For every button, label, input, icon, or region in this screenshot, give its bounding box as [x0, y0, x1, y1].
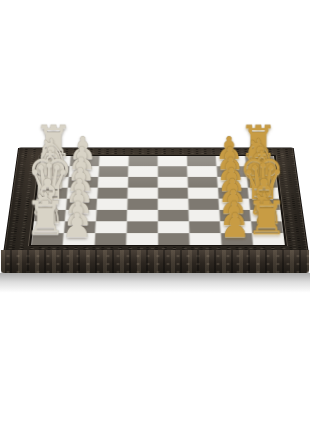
- square-light: [63, 233, 95, 245]
- square-dark: [66, 199, 97, 210]
- board-front-edge: [1, 250, 309, 273]
- square-dark: [31, 233, 64, 245]
- square-light: [217, 177, 248, 188]
- square-dark: [34, 210, 66, 222]
- square-dark: [97, 188, 128, 199]
- square-light: [69, 166, 99, 177]
- square-dark: [98, 166, 128, 177]
- product-photo-chess-set: ♜♟♟♜♞♟♟♞♝♟♟♝♚♟♟♚♛♟♟♛♝♟♟♝♞♟♟♞♜♟♟♜: [0, 0, 310, 430]
- square-dark: [188, 199, 219, 210]
- square-dark: [127, 199, 158, 210]
- square-dark: [158, 188, 188, 199]
- square-light: [189, 210, 220, 222]
- square-dark: [68, 177, 99, 188]
- square-dark: [187, 156, 217, 166]
- square-light: [189, 233, 221, 245]
- square-light: [65, 210, 97, 222]
- square-light: [158, 199, 189, 210]
- square-light: [158, 221, 189, 233]
- square-dark: [189, 221, 221, 233]
- square-dark: [128, 156, 157, 166]
- square-light: [216, 156, 246, 166]
- square-light: [38, 177, 69, 188]
- board-shadow: [0, 273, 310, 295]
- square-light: [99, 156, 129, 166]
- square-dark: [158, 233, 190, 245]
- square-dark: [245, 156, 275, 166]
- square-light: [252, 233, 285, 245]
- square-dark: [217, 166, 247, 177]
- square-light: [67, 188, 98, 199]
- square-light: [40, 156, 70, 166]
- square-dark: [158, 166, 188, 177]
- square-light: [32, 221, 64, 233]
- square-dark: [251, 221, 283, 233]
- board-scene: ♜♟♟♜♞♟♟♞♝♟♟♝♚♟♟♚♛♟♟♛♝♟♟♝♞♟♟♞♜♟♟♜: [0, 0, 310, 430]
- square-light: [128, 188, 158, 199]
- square-light: [35, 199, 67, 210]
- square-dark: [158, 210, 189, 222]
- square-light: [158, 156, 187, 166]
- square-dark: [221, 233, 253, 245]
- square-light: [97, 199, 128, 210]
- chess-board: ♜♟♟♜♞♟♟♞♝♟♟♝♚♟♟♚♛♟♟♛♝♟♟♝♞♟♟♞♜♟♟♜: [3, 147, 309, 254]
- square-dark: [247, 177, 278, 188]
- square-light: [187, 166, 217, 177]
- square-light: [246, 166, 277, 177]
- square-light: [98, 177, 128, 188]
- square-dark: [64, 221, 96, 233]
- square-light: [158, 177, 188, 188]
- square-dark: [39, 166, 70, 177]
- board-squares: [29, 155, 287, 246]
- square-dark: [95, 233, 127, 245]
- square-dark: [96, 210, 127, 222]
- square-dark: [187, 177, 217, 188]
- square-light: [248, 188, 279, 199]
- square-light: [95, 221, 127, 233]
- square-dark: [127, 221, 158, 233]
- square-light: [126, 233, 158, 245]
- square-light: [219, 199, 250, 210]
- square-dark: [70, 156, 100, 166]
- square-dark: [249, 199, 281, 210]
- square-dark: [219, 210, 251, 222]
- square-dark: [128, 177, 158, 188]
- square-light: [128, 166, 158, 177]
- square-light: [188, 188, 219, 199]
- square-dark: [218, 188, 249, 199]
- square-light: [250, 210, 282, 222]
- square-light: [220, 221, 252, 233]
- square-dark: [36, 188, 67, 199]
- square-light: [127, 210, 158, 222]
